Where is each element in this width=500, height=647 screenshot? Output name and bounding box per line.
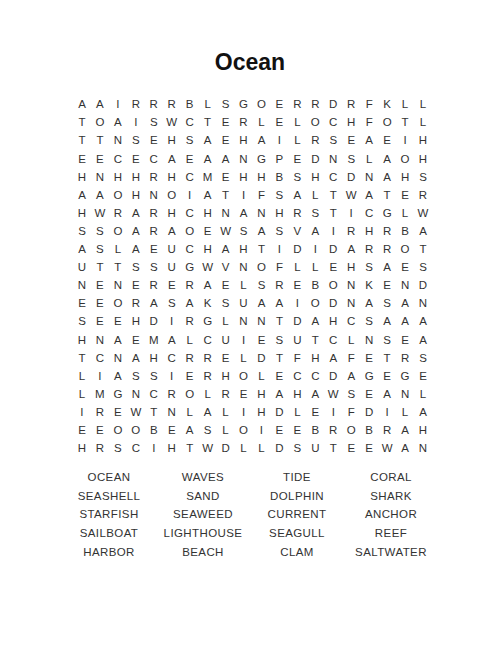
grid-cell-r1c12[interactable]: E: [270, 96, 288, 114]
grid-cell-r2c14[interactable]: O: [306, 114, 324, 132]
grid-cell-r11c3[interactable]: N: [109, 277, 127, 295]
grid-cell-r9c20[interactable]: T: [414, 241, 432, 259]
grid-cell-r3c12[interactable]: I: [270, 132, 288, 150]
grid-cell-r6c12[interactable]: S: [270, 187, 288, 205]
grid-cell-r10c6[interactable]: U: [163, 259, 181, 277]
grid-cell-r4c15[interactable]: N: [324, 150, 342, 168]
grid-cell-r3c6[interactable]: H: [163, 132, 181, 150]
grid-cell-r19c8[interactable]: S: [199, 422, 217, 440]
grid-cell-r3c17[interactable]: A: [360, 132, 378, 150]
grid-cell-r7c6[interactable]: H: [163, 205, 181, 223]
grid-cell-r7c15[interactable]: T: [324, 205, 342, 223]
grid-cell-r20c18[interactable]: W: [378, 440, 396, 458]
grid-cell-r2c15[interactable]: C: [324, 114, 342, 132]
grid-cell-r12c20[interactable]: N: [414, 295, 432, 313]
grid-cell-r2c16[interactable]: H: [342, 114, 360, 132]
grid-cell-r14c3[interactable]: A: [109, 331, 127, 349]
grid-cell-r5c1[interactable]: H: [73, 168, 91, 186]
grid-cell-r13c12[interactable]: T: [270, 313, 288, 331]
grid-cell-r6c11[interactable]: F: [253, 187, 271, 205]
grid-cell-r7c7[interactable]: C: [181, 205, 199, 223]
grid-cell-r17c1[interactable]: L: [73, 386, 91, 404]
grid-cell-r3c3[interactable]: N: [109, 132, 127, 150]
grid-cell-r3c4[interactable]: S: [127, 132, 145, 150]
grid-cell-r10c19[interactable]: E: [396, 259, 414, 277]
grid-cell-r9c13[interactable]: D: [288, 241, 306, 259]
grid-cell-r11c11[interactable]: S: [253, 277, 271, 295]
grid-cell-r4c18[interactable]: A: [378, 150, 396, 168]
grid-cell-r1c16[interactable]: R: [342, 96, 360, 114]
grid-cell-r12c14[interactable]: O: [306, 295, 324, 313]
grid-cell-r2c18[interactable]: O: [378, 114, 396, 132]
grid-cell-r2c13[interactable]: L: [288, 114, 306, 132]
grid-cell-r19c5[interactable]: B: [145, 422, 163, 440]
grid-cell-r14c7[interactable]: L: [181, 331, 199, 349]
grid-cell-r6c15[interactable]: T: [324, 187, 342, 205]
grid-cell-r11c7[interactable]: R: [181, 277, 199, 295]
grid-cell-r1c9[interactable]: S: [217, 96, 235, 114]
grid-cell-r5c11[interactable]: H: [253, 168, 271, 186]
grid-cell-r17c16[interactable]: S: [342, 386, 360, 404]
grid-cell-r13c17[interactable]: S: [360, 313, 378, 331]
grid-cell-r1c2[interactable]: A: [91, 96, 109, 114]
grid-cell-r11c19[interactable]: N: [396, 277, 414, 295]
grid-cell-r3c5[interactable]: E: [145, 132, 163, 150]
grid-cell-r2c3[interactable]: A: [109, 114, 127, 132]
grid-cell-r12c9[interactable]: S: [217, 295, 235, 313]
grid-cell-r6c10[interactable]: I: [235, 187, 253, 205]
grid-cell-r2c10[interactable]: R: [235, 114, 253, 132]
grid-cell-r18c8[interactable]: A: [199, 404, 217, 422]
grid-cell-r5c19[interactable]: H: [396, 168, 414, 186]
grid-cell-r1c20[interactable]: L: [414, 96, 432, 114]
grid-cell-r8c14[interactable]: A: [306, 223, 324, 241]
grid-cell-r3c19[interactable]: I: [396, 132, 414, 150]
grid-cell-r16c12[interactable]: E: [270, 368, 288, 386]
grid-cell-r18c7[interactable]: L: [181, 404, 199, 422]
grid-cell-r14c15[interactable]: C: [324, 331, 342, 349]
grid-cell-r6c4[interactable]: H: [127, 187, 145, 205]
grid-cell-r11c20[interactable]: D: [414, 277, 432, 295]
grid-cell-r5c4[interactable]: H: [127, 168, 145, 186]
grid-cell-r12c7[interactable]: A: [181, 295, 199, 313]
grid-cell-r7c10[interactable]: A: [235, 205, 253, 223]
grid-cell-r3c2[interactable]: T: [91, 132, 109, 150]
grid-cell-r15c11[interactable]: D: [253, 349, 271, 367]
grid-cell-r13c14[interactable]: A: [306, 313, 324, 331]
grid-cell-r19c11[interactable]: I: [253, 422, 271, 440]
grid-cell-r16c8[interactable]: R: [199, 368, 217, 386]
grid-cell-r20c9[interactable]: D: [217, 440, 235, 458]
grid-cell-r1c15[interactable]: D: [324, 96, 342, 114]
grid-cell-r2c20[interactable]: L: [414, 114, 432, 132]
grid-cell-r1c5[interactable]: R: [145, 96, 163, 114]
grid-cell-r2c11[interactable]: L: [253, 114, 271, 132]
grid-cell-r14c8[interactable]: C: [199, 331, 217, 349]
grid-cell-r19c1[interactable]: E: [73, 422, 91, 440]
grid-cell-r20c2[interactable]: R: [91, 440, 109, 458]
grid-cell-r5c6[interactable]: H: [163, 168, 181, 186]
grid-cell-r9c9[interactable]: A: [217, 241, 235, 259]
grid-cell-r2c1[interactable]: T: [73, 114, 91, 132]
grid-cell-r1c1[interactable]: A: [73, 96, 91, 114]
grid-cell-r15c18[interactable]: T: [378, 349, 396, 367]
grid-cell-r19c18[interactable]: R: [378, 422, 396, 440]
grid-cell-r16c7[interactable]: E: [181, 368, 199, 386]
grid-cell-r5c2[interactable]: N: [91, 168, 109, 186]
grid-cell-r1c8[interactable]: L: [199, 96, 217, 114]
grid-cell-r12c13[interactable]: I: [288, 295, 306, 313]
grid-cell-r4c5[interactable]: C: [145, 150, 163, 168]
grid-cell-r7c9[interactable]: N: [217, 205, 235, 223]
grid-cell-r18c9[interactable]: L: [217, 404, 235, 422]
grid-cell-r15c15[interactable]: A: [324, 349, 342, 367]
grid-cell-r5c10[interactable]: H: [235, 168, 253, 186]
grid-cell-r20c15[interactable]: T: [324, 440, 342, 458]
grid-cell-r1c11[interactable]: O: [253, 96, 271, 114]
grid-cell-r16c9[interactable]: H: [217, 368, 235, 386]
grid-cell-r14c12[interactable]: S: [270, 331, 288, 349]
grid-cell-r18c19[interactable]: L: [396, 404, 414, 422]
grid-cell-r4c8[interactable]: A: [199, 150, 217, 168]
grid-cell-r10c20[interactable]: S: [414, 259, 432, 277]
grid-cell-r7c11[interactable]: N: [253, 205, 271, 223]
grid-cell-r6c9[interactable]: T: [217, 187, 235, 205]
grid-cell-r12c19[interactable]: A: [396, 295, 414, 313]
grid-cell-r18c2[interactable]: R: [91, 404, 109, 422]
grid-cell-r6c18[interactable]: T: [378, 187, 396, 205]
grid-cell-r3c18[interactable]: E: [378, 132, 396, 150]
grid-cell-r10c18[interactable]: A: [378, 259, 396, 277]
grid-cell-r5c9[interactable]: E: [217, 168, 235, 186]
grid-cell-r3c11[interactable]: A: [253, 132, 271, 150]
grid-cell-r18c17[interactable]: D: [360, 404, 378, 422]
grid-cell-r16c18[interactable]: E: [378, 368, 396, 386]
grid-cell-r1c3[interactable]: I: [109, 96, 127, 114]
grid-cell-r17c13[interactable]: H: [288, 386, 306, 404]
grid-cell-r15c2[interactable]: C: [91, 349, 109, 367]
grid-cell-r14c20[interactable]: A: [414, 331, 432, 349]
grid-cell-r2c5[interactable]: S: [145, 114, 163, 132]
grid-cell-r1c4[interactable]: R: [127, 96, 145, 114]
grid-cell-r15c6[interactable]: C: [163, 349, 181, 367]
grid-cell-r16c6[interactable]: I: [163, 368, 181, 386]
grid-cell-r10c11[interactable]: O: [253, 259, 271, 277]
grid-cell-r9c15[interactable]: D: [324, 241, 342, 259]
grid-cell-r9c14[interactable]: I: [306, 241, 324, 259]
grid-cell-r16c2[interactable]: I: [91, 368, 109, 386]
grid-cell-r13c1[interactable]: S: [73, 313, 91, 331]
grid-cell-r13c6[interactable]: I: [163, 313, 181, 331]
grid-cell-r15c14[interactable]: H: [306, 349, 324, 367]
grid-cell-r10c2[interactable]: T: [91, 259, 109, 277]
grid-cell-r20c14[interactable]: U: [306, 440, 324, 458]
grid-cell-r10c7[interactable]: G: [181, 259, 199, 277]
grid-cell-r6c2[interactable]: A: [91, 187, 109, 205]
grid-cell-r14c11[interactable]: E: [253, 331, 271, 349]
grid-cell-r4c14[interactable]: D: [306, 150, 324, 168]
grid-cell-r11c10[interactable]: L: [235, 277, 253, 295]
grid-cell-r19c9[interactable]: L: [217, 422, 235, 440]
grid-cell-r5c5[interactable]: R: [145, 168, 163, 186]
grid-cell-r17c18[interactable]: A: [378, 386, 396, 404]
grid-cell-r19c2[interactable]: E: [91, 422, 109, 440]
grid-cell-r8c6[interactable]: A: [163, 223, 181, 241]
grid-cell-r19c6[interactable]: E: [163, 422, 181, 440]
grid-cell-r1c17[interactable]: F: [360, 96, 378, 114]
grid-cell-r19c20[interactable]: H: [414, 422, 432, 440]
grid-cell-r7c2[interactable]: W: [91, 205, 109, 223]
grid-cell-r20c13[interactable]: S: [288, 440, 306, 458]
grid-cell-r17c4[interactable]: N: [127, 386, 145, 404]
grid-cell-r13c2[interactable]: E: [91, 313, 109, 331]
grid-cell-r11c15[interactable]: O: [324, 277, 342, 295]
grid-cell-r18c6[interactable]: N: [163, 404, 181, 422]
grid-cell-r16c10[interactable]: O: [235, 368, 253, 386]
grid-cell-r14c16[interactable]: L: [342, 331, 360, 349]
grid-cell-r10c17[interactable]: S: [360, 259, 378, 277]
grid-cell-r18c12[interactable]: D: [270, 404, 288, 422]
grid-cell-r20c11[interactable]: L: [253, 440, 271, 458]
grid-cell-r3c15[interactable]: S: [324, 132, 342, 150]
grid-cell-r7c12[interactable]: H: [270, 205, 288, 223]
grid-cell-r19c7[interactable]: A: [181, 422, 199, 440]
grid-cell-r10c15[interactable]: E: [324, 259, 342, 277]
grid-cell-r15c7[interactable]: R: [181, 349, 199, 367]
grid-cell-r9c19[interactable]: O: [396, 241, 414, 259]
grid-cell-r16c20[interactable]: E: [414, 368, 432, 386]
grid-cell-r18c15[interactable]: I: [324, 404, 342, 422]
grid-cell-r12c2[interactable]: E: [91, 295, 109, 313]
grid-cell-r8c12[interactable]: S: [270, 223, 288, 241]
grid-cell-r3c9[interactable]: E: [217, 132, 235, 150]
grid-cell-r2c17[interactable]: F: [360, 114, 378, 132]
grid-cell-r14c5[interactable]: M: [145, 331, 163, 349]
grid-cell-r19c13[interactable]: E: [288, 422, 306, 440]
grid-cell-r3c14[interactable]: R: [306, 132, 324, 150]
grid-cell-r13c13[interactable]: D: [288, 313, 306, 331]
grid-cell-r14c2[interactable]: N: [91, 331, 109, 349]
grid-cell-r10c13[interactable]: L: [288, 259, 306, 277]
grid-cell-r17c2[interactable]: M: [91, 386, 109, 404]
grid-cell-r17c11[interactable]: H: [253, 386, 271, 404]
grid-cell-r8c9[interactable]: W: [217, 223, 235, 241]
grid-cell-r6c17[interactable]: A: [360, 187, 378, 205]
grid-cell-r13c4[interactable]: H: [127, 313, 145, 331]
grid-cell-r1c10[interactable]: G: [235, 96, 253, 114]
grid-cell-r16c4[interactable]: S: [127, 368, 145, 386]
grid-cell-r12c17[interactable]: A: [360, 295, 378, 313]
grid-cell-r10c12[interactable]: F: [270, 259, 288, 277]
grid-cell-r17c15[interactable]: W: [324, 386, 342, 404]
grid-cell-r10c10[interactable]: N: [235, 259, 253, 277]
grid-cell-r1c7[interactable]: B: [181, 96, 199, 114]
grid-cell-r4c6[interactable]: A: [163, 150, 181, 168]
grid-cell-r13c18[interactable]: A: [378, 313, 396, 331]
grid-cell-r4c9[interactable]: A: [217, 150, 235, 168]
grid-cell-r9c4[interactable]: A: [127, 241, 145, 259]
grid-cell-r14c9[interactable]: U: [217, 331, 235, 349]
grid-cell-r8c18[interactable]: R: [378, 223, 396, 241]
grid-cell-r13c5[interactable]: D: [145, 313, 163, 331]
grid-cell-r3c8[interactable]: A: [199, 132, 217, 150]
grid-cell-r7c18[interactable]: G: [378, 205, 396, 223]
grid-cell-r8c19[interactable]: B: [396, 223, 414, 241]
grid-cell-r9c7[interactable]: C: [181, 241, 199, 259]
grid-cell-r8c3[interactable]: O: [109, 223, 127, 241]
grid-cell-r3c7[interactable]: S: [181, 132, 199, 150]
grid-cell-r15c12[interactable]: T: [270, 349, 288, 367]
grid-cell-r17c8[interactable]: L: [199, 386, 217, 404]
grid-cell-r5c8[interactable]: M: [199, 168, 217, 186]
grid-cell-r6c5[interactable]: N: [145, 187, 163, 205]
grid-cell-r4c1[interactable]: E: [73, 150, 91, 168]
grid-cell-r11c17[interactable]: K: [360, 277, 378, 295]
grid-cell-r8c15[interactable]: I: [324, 223, 342, 241]
grid-cell-r20c5[interactable]: I: [145, 440, 163, 458]
grid-cell-r19c10[interactable]: O: [235, 422, 253, 440]
grid-cell-r12c18[interactable]: S: [378, 295, 396, 313]
grid-cell-r7c3[interactable]: R: [109, 205, 127, 223]
grid-cell-r3c13[interactable]: L: [288, 132, 306, 150]
grid-cell-r17c3[interactable]: G: [109, 386, 127, 404]
grid-cell-r9c8[interactable]: H: [199, 241, 217, 259]
grid-cell-r8c20[interactable]: A: [414, 223, 432, 241]
grid-cell-r3c16[interactable]: E: [342, 132, 360, 150]
grid-cell-r17c17[interactable]: E: [360, 386, 378, 404]
grid-cell-r11c1[interactable]: N: [73, 277, 91, 295]
grid-cell-r15c9[interactable]: E: [217, 349, 235, 367]
grid-cell-r7c17[interactable]: C: [360, 205, 378, 223]
grid-cell-r5c15[interactable]: C: [324, 168, 342, 186]
grid-cell-r20c8[interactable]: W: [199, 440, 217, 458]
grid-cell-r12c1[interactable]: E: [73, 295, 91, 313]
grid-cell-r14c6[interactable]: A: [163, 331, 181, 349]
grid-cell-r10c8[interactable]: W: [199, 259, 217, 277]
grid-cell-r9c3[interactable]: L: [109, 241, 127, 259]
grid-cell-r4c10[interactable]: N: [235, 150, 253, 168]
grid-cell-r12c3[interactable]: O: [109, 295, 127, 313]
grid-cell-r14c18[interactable]: S: [378, 331, 396, 349]
grid-cell-r11c14[interactable]: B: [306, 277, 324, 295]
grid-cell-r5c17[interactable]: N: [360, 168, 378, 186]
grid-cell-r15c8[interactable]: R: [199, 349, 217, 367]
grid-cell-r9c2[interactable]: S: [91, 241, 109, 259]
grid-cell-r13c10[interactable]: N: [235, 313, 253, 331]
grid-cell-r6c19[interactable]: E: [396, 187, 414, 205]
grid-cell-r12c16[interactable]: N: [342, 295, 360, 313]
grid-cell-r1c19[interactable]: L: [396, 96, 414, 114]
grid-cell-r4c3[interactable]: C: [109, 150, 127, 168]
grid-cell-r8c10[interactable]: S: [235, 223, 253, 241]
grid-cell-r6c6[interactable]: O: [163, 187, 181, 205]
grid-cell-r11c5[interactable]: R: [145, 277, 163, 295]
grid-cell-r7c4[interactable]: A: [127, 205, 145, 223]
grid-cell-r6c7[interactable]: I: [181, 187, 199, 205]
grid-cell-r9c18[interactable]: R: [378, 241, 396, 259]
grid-cell-r18c5[interactable]: T: [145, 404, 163, 422]
grid-cell-r12c12[interactable]: A: [270, 295, 288, 313]
grid-cell-r13c3[interactable]: E: [109, 313, 127, 331]
grid-cell-r12c8[interactable]: K: [199, 295, 217, 313]
grid-cell-r20c4[interactable]: C: [127, 440, 145, 458]
grid-cell-r3c10[interactable]: H: [235, 132, 253, 150]
grid-cell-r20c16[interactable]: E: [342, 440, 360, 458]
grid-cell-r16c13[interactable]: C: [288, 368, 306, 386]
grid-cell-r9c5[interactable]: E: [145, 241, 163, 259]
grid-cell-r15c20[interactable]: S: [414, 349, 432, 367]
grid-cell-r19c4[interactable]: O: [127, 422, 145, 440]
grid-cell-r11c9[interactable]: E: [217, 277, 235, 295]
grid-cell-r17c7[interactable]: O: [181, 386, 199, 404]
grid-cell-r15c10[interactable]: L: [235, 349, 253, 367]
grid-cell-r15c1[interactable]: T: [73, 349, 91, 367]
grid-cell-r4c19[interactable]: O: [396, 150, 414, 168]
grid-cell-r11c8[interactable]: A: [199, 277, 217, 295]
grid-cell-r19c12[interactable]: E: [270, 422, 288, 440]
grid-cell-r2c6[interactable]: W: [163, 114, 181, 132]
grid-cell-r6c14[interactable]: L: [306, 187, 324, 205]
grid-cell-r14c17[interactable]: N: [360, 331, 378, 349]
grid-cell-r11c4[interactable]: E: [127, 277, 145, 295]
grid-cell-r15c17[interactable]: E: [360, 349, 378, 367]
grid-cell-r1c6[interactable]: R: [163, 96, 181, 114]
grid-cell-r5c12[interactable]: B: [270, 168, 288, 186]
grid-cell-r12c11[interactable]: A: [253, 295, 271, 313]
grid-cell-r9c10[interactable]: H: [235, 241, 253, 259]
grid-cell-r18c14[interactable]: E: [306, 404, 324, 422]
grid-cell-r8c11[interactable]: A: [253, 223, 271, 241]
grid-cell-r8c5[interactable]: R: [145, 223, 163, 241]
grid-cell-r5c16[interactable]: D: [342, 168, 360, 186]
grid-cell-r14c13[interactable]: U: [288, 331, 306, 349]
grid-cell-r13c20[interactable]: A: [414, 313, 432, 331]
grid-cell-r9c11[interactable]: T: [253, 241, 271, 259]
grid-cell-r8c8[interactable]: E: [199, 223, 217, 241]
grid-cell-r13c8[interactable]: G: [199, 313, 217, 331]
grid-cell-r14c10[interactable]: I: [235, 331, 253, 349]
grid-cell-r5c13[interactable]: S: [288, 168, 306, 186]
grid-cell-r7c1[interactable]: H: [73, 205, 91, 223]
grid-cell-r20c19[interactable]: A: [396, 440, 414, 458]
grid-cell-r12c15[interactable]: D: [324, 295, 342, 313]
grid-cell-r14c4[interactable]: E: [127, 331, 145, 349]
grid-cell-r6c16[interactable]: W: [342, 187, 360, 205]
grid-cell-r19c16[interactable]: O: [342, 422, 360, 440]
grid-cell-r10c3[interactable]: T: [109, 259, 127, 277]
grid-cell-r4c12[interactable]: P: [270, 150, 288, 168]
grid-cell-r15c3[interactable]: N: [109, 349, 127, 367]
grid-cell-r2c19[interactable]: T: [396, 114, 414, 132]
grid-cell-r5c18[interactable]: A: [378, 168, 396, 186]
grid-cell-r12c10[interactable]: U: [235, 295, 253, 313]
grid-cell-r4c20[interactable]: H: [414, 150, 432, 168]
grid-cell-r16c3[interactable]: A: [109, 368, 127, 386]
grid-cell-r1c18[interactable]: K: [378, 96, 396, 114]
grid-cell-r12c5[interactable]: A: [145, 295, 163, 313]
grid-cell-r20c12[interactable]: D: [270, 440, 288, 458]
grid-cell-r7c5[interactable]: R: [145, 205, 163, 223]
grid-cell-r9c6[interactable]: U: [163, 241, 181, 259]
grid-cell-r7c19[interactable]: L: [396, 205, 414, 223]
grid-cell-r20c20[interactable]: N: [414, 440, 432, 458]
grid-cell-r10c4[interactable]: S: [127, 259, 145, 277]
grid-cell-r9c12[interactable]: I: [270, 241, 288, 259]
grid-cell-r18c13[interactable]: L: [288, 404, 306, 422]
grid-cell-r20c1[interactable]: H: [73, 440, 91, 458]
grid-cell-r13c16[interactable]: C: [342, 313, 360, 331]
grid-cell-r13c7[interactable]: R: [181, 313, 199, 331]
